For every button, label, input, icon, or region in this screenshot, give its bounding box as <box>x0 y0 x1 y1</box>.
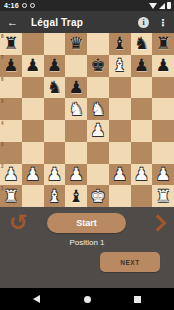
piece-black-pawn[interactable]: ♟ <box>156 55 171 76</box>
piece-black-pawn[interactable]: ♟ <box>3 55 18 76</box>
square-c4[interactable] <box>44 120 66 142</box>
square-e4[interactable]: ♟ <box>87 120 109 142</box>
square-g3[interactable] <box>131 142 153 164</box>
square-h7[interactable]: ♟ <box>152 55 174 77</box>
piece-black-pawn[interactable]: ♟ <box>47 55 62 76</box>
piece-black-bishop[interactable]: ♝ <box>112 33 127 54</box>
square-a4[interactable]: 4 <box>0 120 22 142</box>
piece-white-pawn[interactable]: ♟ <box>156 164 171 185</box>
piece-black-pawn[interactable]: ♟ <box>25 55 40 76</box>
square-c6[interactable]: ♞ <box>44 77 66 99</box>
position-label: Position 1 <box>0 238 174 247</box>
square-h5[interactable] <box>152 98 174 120</box>
rank-label: 1 <box>1 186 4 191</box>
piece-white-pawn[interactable]: ♟ <box>3 164 18 185</box>
piece-black-knight[interactable]: ♞ <box>134 33 149 54</box>
rank-label: 4 <box>1 121 4 126</box>
piece-white-rook[interactable]: ♜ <box>3 186 18 207</box>
rank-label: 2 <box>1 164 4 169</box>
battery-icon <box>167 2 171 9</box>
chevron-right-icon[interactable] <box>150 215 167 232</box>
rank-label: 8 <box>1 34 4 39</box>
square-g5[interactable] <box>131 98 153 120</box>
square-e6[interactable] <box>87 77 109 99</box>
back-icon[interactable]: ← <box>7 16 18 28</box>
piece-white-pawn[interactable]: ♟ <box>134 164 149 185</box>
square-d1[interactable]: ♝ <box>65 185 87 207</box>
square-e3[interactable] <box>87 142 109 164</box>
square-h1[interactable]: ♜ <box>152 185 174 207</box>
square-a2[interactable]: 2♟ <box>0 164 22 186</box>
square-a7[interactable]: 7♟ <box>0 55 22 77</box>
piece-black-rook[interactable]: ♜ <box>156 33 171 54</box>
notification-icon <box>22 3 27 8</box>
square-d6[interactable]: ♟ <box>65 77 87 99</box>
square-e8[interactable] <box>87 33 109 55</box>
nav-back-icon[interactable] <box>33 295 40 303</box>
square-h3[interactable] <box>152 142 174 164</box>
square-e5[interactable]: ♞ <box>87 98 109 120</box>
square-f2[interactable]: ♟ <box>109 164 131 186</box>
square-g1[interactable] <box>131 185 153 207</box>
piece-white-pawn[interactable]: ♟ <box>47 164 62 185</box>
clock: 4:16 <box>4 2 19 9</box>
square-a6[interactable]: 6 <box>0 77 22 99</box>
square-b1[interactable] <box>22 185 44 207</box>
square-c2[interactable]: ♟ <box>44 164 66 186</box>
square-d8[interactable]: ♛ <box>65 33 87 55</box>
square-f4[interactable] <box>109 120 131 142</box>
square-c8[interactable] <box>44 33 66 55</box>
square-d7[interactable] <box>65 55 87 77</box>
rank-label: 7 <box>1 55 4 60</box>
square-f1[interactable] <box>109 185 131 207</box>
square-b4[interactable] <box>22 120 44 142</box>
piece-black-bishop[interactable]: ♝ <box>69 186 84 207</box>
square-b5[interactable] <box>22 98 44 120</box>
piece-black-pawn[interactable]: ♟ <box>69 77 84 98</box>
square-c7[interactable]: ♟ <box>44 55 66 77</box>
rank-label: 5 <box>1 99 4 104</box>
piece-white-pawn[interactable]: ♟ <box>25 164 40 185</box>
start-button[interactable]: Start <box>47 213 126 233</box>
square-b6[interactable] <box>22 77 44 99</box>
square-g6[interactable] <box>131 77 153 99</box>
square-h8[interactable]: ♜ <box>152 33 174 55</box>
square-h6[interactable] <box>152 77 174 99</box>
square-a3[interactable]: 3 <box>0 142 22 164</box>
square-f5[interactable] <box>109 98 131 120</box>
status-bar: 4:16 <box>0 0 174 11</box>
page-title: Légal Trap <box>31 17 83 28</box>
wifi-icon <box>149 3 157 9</box>
square-d2[interactable]: ♟ <box>65 164 87 186</box>
piece-black-rook[interactable]: ♜ <box>3 33 18 54</box>
square-e2[interactable] <box>87 164 109 186</box>
piece-black-queen[interactable]: ♛ <box>69 33 84 54</box>
piece-white-rook[interactable]: ♜ <box>156 186 171 207</box>
square-b7[interactable]: ♟ <box>22 55 44 77</box>
square-e7[interactable]: ♚ <box>87 55 109 77</box>
chess-board: 8♜♛♝♞♜7♟♟♟♚♝♟♟6♞♟5♞♞4♟32♟♟♟♟♟♟♟1♜♝♝♚♜ <box>0 33 174 207</box>
piece-black-king[interactable]: ♚ <box>90 55 105 76</box>
nav-recents-icon[interactable] <box>134 296 141 303</box>
square-f7[interactable]: ♝ <box>109 55 131 77</box>
piece-white-pawn[interactable]: ♟ <box>112 164 127 185</box>
square-a5[interactable]: 5 <box>0 98 22 120</box>
square-h4[interactable] <box>152 120 174 142</box>
status-icons <box>149 2 171 9</box>
piece-white-pawn[interactable]: ♟ <box>90 120 105 141</box>
start-button-label: Start <box>76 218 97 228</box>
piece-white-king[interactable]: ♚ <box>90 186 105 207</box>
square-g8[interactable]: ♞ <box>131 33 153 55</box>
square-c3[interactable] <box>44 142 66 164</box>
square-e1[interactable]: ♚ <box>87 185 109 207</box>
rank-label: 3 <box>1 142 4 147</box>
piece-black-knight[interactable]: ♞ <box>47 77 62 98</box>
next-button-label: NEXT <box>120 259 140 266</box>
overflow-menu-icon[interactable]: ⋮ <box>158 17 168 28</box>
next-button[interactable]: NEXT <box>100 252 160 272</box>
android-nav-bar <box>0 288 174 310</box>
control-panel: ↺ Start Position 1 NEXT <box>0 207 174 288</box>
piece-white-pawn[interactable]: ♟ <box>69 164 84 185</box>
square-c1[interactable]: ♝ <box>44 185 66 207</box>
square-a1[interactable]: 1♜ <box>0 185 22 207</box>
square-b3[interactable] <box>22 142 44 164</box>
square-d4[interactable] <box>65 120 87 142</box>
piece-white-knight[interactable]: ♞ <box>90 99 105 120</box>
nav-home-icon[interactable] <box>84 296 91 303</box>
piece-white-knight[interactable]: ♞ <box>69 99 84 120</box>
square-a8[interactable]: 8♜ <box>0 33 22 55</box>
square-d3[interactable] <box>65 142 87 164</box>
square-f6[interactable] <box>109 77 131 99</box>
notification-icon <box>30 3 35 8</box>
square-g4[interactable] <box>131 120 153 142</box>
square-g7[interactable]: ♟ <box>131 55 153 77</box>
piece-white-bishop[interactable]: ♝ <box>112 55 127 76</box>
square-d5[interactable]: ♞ <box>65 98 87 120</box>
app-toolbar: ← Légal Trap i ⋮ <box>0 11 174 33</box>
square-f8[interactable]: ♝ <box>109 33 131 55</box>
square-h2[interactable]: ♟ <box>152 164 174 186</box>
piece-black-pawn[interactable]: ♟ <box>134 55 149 76</box>
info-icon[interactable]: i <box>138 17 149 28</box>
reset-icon[interactable]: ↺ <box>9 210 27 235</box>
square-c5[interactable] <box>44 98 66 120</box>
square-b2[interactable]: ♟ <box>22 164 44 186</box>
piece-white-bishop[interactable]: ♝ <box>47 186 62 207</box>
signal-icon <box>159 3 165 9</box>
phone-screen: 4:16 ← Légal Trap i ⋮ 8♜♛♝♞♜7♟♟♟♚♝♟♟6♞♟5… <box>0 0 174 310</box>
square-f3[interactable] <box>109 142 131 164</box>
square-g2[interactable]: ♟ <box>131 164 153 186</box>
square-b8[interactable] <box>22 33 44 55</box>
rank-label: 6 <box>1 77 4 82</box>
